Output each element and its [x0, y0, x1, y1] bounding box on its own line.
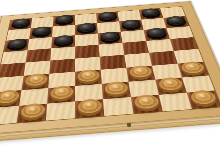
- dark-checker[interactable]: [31, 26, 51, 36]
- dark-checker[interactable]: [77, 22, 96, 32]
- dark-checker[interactable]: [53, 35, 73, 46]
- dark-checker[interactable]: [55, 14, 73, 23]
- light-checker[interactable]: [77, 69, 99, 82]
- square-r8c2[interactable]: [17, 104, 47, 123]
- square-r8c5[interactable]: [103, 97, 134, 116]
- light-checker[interactable]: [128, 65, 152, 78]
- light-checker[interactable]: [77, 98, 101, 114]
- square-r8c4[interactable]: [75, 99, 104, 118]
- dark-checker[interactable]: [165, 15, 187, 25]
- dark-checker[interactable]: [121, 19, 141, 29]
- checkers-board: [0, 7, 220, 126]
- dark-checker[interactable]: [100, 31, 120, 42]
- light-checker[interactable]: [157, 76, 183, 90]
- board-frame: [0, 1, 220, 135]
- light-checker[interactable]: [20, 102, 45, 118]
- dark-checker[interactable]: [11, 18, 31, 28]
- square-r8c3[interactable]: [46, 101, 75, 120]
- photo-scene: [0, 0, 220, 165]
- light-checker[interactable]: [0, 89, 19, 104]
- dark-checker[interactable]: [145, 27, 167, 38]
- light-checker[interactable]: [104, 81, 128, 95]
- dark-checker[interactable]: [6, 38, 27, 49]
- light-checker[interactable]: [179, 61, 205, 74]
- light-checker[interactable]: [50, 85, 73, 100]
- light-checker[interactable]: [24, 73, 47, 86]
- light-checker[interactable]: [189, 89, 217, 104]
- board-tilt-wrapper: [0, 1, 220, 135]
- dark-checker[interactable]: [98, 11, 117, 20]
- square-r8c6[interactable]: [131, 95, 163, 114]
- light-checker[interactable]: [133, 94, 159, 110]
- dark-checker[interactable]: [140, 8, 160, 17]
- square-r8c8[interactable]: [187, 90, 220, 109]
